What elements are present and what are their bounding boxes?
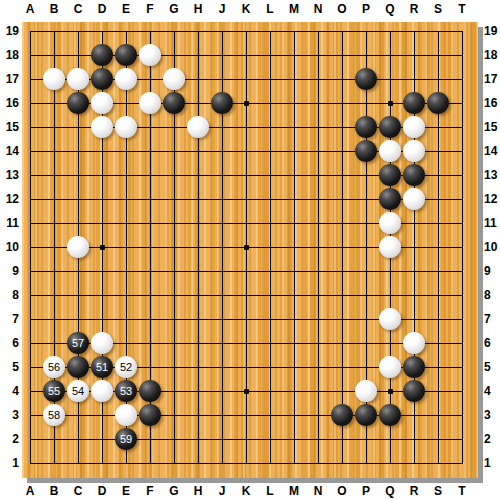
row-label-left-11: 11 xyxy=(0,214,19,232)
col-label-bottom-g: G xyxy=(162,482,186,500)
row-label-right-12: 12 xyxy=(484,190,500,208)
row-label-left-10: 10 xyxy=(0,238,19,256)
star-point-k4 xyxy=(244,389,249,394)
white-stone-e3 xyxy=(115,404,137,426)
col-label-bottom-o: O xyxy=(330,482,354,500)
col-label-top-p: P xyxy=(354,0,378,18)
row-label-right-6: 6 xyxy=(484,334,500,352)
black-stone-d18 xyxy=(91,44,113,66)
col-label-bottom-n: N xyxy=(306,482,330,500)
black-stone-p14 xyxy=(355,140,377,162)
white-stone-r12 xyxy=(403,188,425,210)
col-label-top-d: D xyxy=(90,0,114,18)
white-stone-d16 xyxy=(91,92,113,114)
white-stone-d15 xyxy=(91,116,113,138)
col-label-top-n: N xyxy=(306,0,330,18)
black-stone-r16 xyxy=(403,92,425,114)
white-stone-e17 xyxy=(115,68,137,90)
star-point-k16 xyxy=(244,101,249,106)
col-label-top-k: K xyxy=(234,0,258,18)
white-stone-r15 xyxy=(403,116,425,138)
black-stone-c5 xyxy=(67,356,89,378)
row-label-left-13: 13 xyxy=(0,166,19,184)
white-stone-b3: 58 xyxy=(43,404,65,426)
row-label-left-3: 3 xyxy=(0,406,19,424)
move-number-57: 57 xyxy=(72,338,84,349)
row-label-right-15: 15 xyxy=(484,118,500,136)
black-stone-e2: 59 xyxy=(115,428,137,450)
col-label-top-a: A xyxy=(18,0,42,18)
white-stone-p4 xyxy=(355,380,377,402)
col-label-bottom-p: P xyxy=(354,482,378,500)
col-label-top-s: S xyxy=(426,0,450,18)
row-label-right-7: 7 xyxy=(484,310,500,328)
black-stone-c6: 57 xyxy=(67,332,89,354)
black-stone-p3 xyxy=(355,404,377,426)
black-stone-r13 xyxy=(403,164,425,186)
move-number-56: 56 xyxy=(48,362,60,373)
row-label-right-19: 19 xyxy=(484,22,500,40)
white-stone-f16 xyxy=(139,92,161,114)
star-point-k10 xyxy=(244,245,249,250)
row-label-left-9: 9 xyxy=(0,262,19,280)
col-label-bottom-f: F xyxy=(138,482,162,500)
move-number-54: 54 xyxy=(72,386,84,397)
move-number-55: 55 xyxy=(48,386,60,397)
white-stone-r6 xyxy=(403,332,425,354)
white-stone-q11 xyxy=(379,212,401,234)
col-label-bottom-t: T xyxy=(450,482,474,500)
col-label-top-m: M xyxy=(282,0,306,18)
row-label-left-14: 14 xyxy=(0,142,19,160)
col-label-top-j: J xyxy=(210,0,234,18)
row-label-left-5: 5 xyxy=(0,358,19,376)
row-label-left-2: 2 xyxy=(0,430,19,448)
black-stone-r4 xyxy=(403,380,425,402)
white-stone-f18 xyxy=(139,44,161,66)
row-label-right-8: 8 xyxy=(484,286,500,304)
white-stone-e15 xyxy=(115,116,137,138)
col-label-bottom-h: H xyxy=(186,482,210,500)
col-label-bottom-b: B xyxy=(42,482,66,500)
star-point-d10 xyxy=(100,245,105,250)
move-number-59: 59 xyxy=(120,434,132,445)
col-label-bottom-j: J xyxy=(210,482,234,500)
col-label-top-t: T xyxy=(450,0,474,18)
black-stone-d5: 51 xyxy=(91,356,113,378)
col-label-bottom-k: K xyxy=(234,482,258,500)
col-label-bottom-m: M xyxy=(282,482,306,500)
col-label-bottom-c: C xyxy=(66,482,90,500)
col-label-bottom-q: Q xyxy=(378,482,402,500)
black-stone-o3 xyxy=(331,404,353,426)
row-label-left-15: 15 xyxy=(0,118,19,136)
col-label-bottom-d: D xyxy=(90,482,114,500)
row-label-left-1: 1 xyxy=(0,454,19,472)
col-label-top-h: H xyxy=(186,0,210,18)
row-label-left-6: 6 xyxy=(0,334,19,352)
move-number-53: 53 xyxy=(120,386,132,397)
black-stone-f3 xyxy=(139,404,161,426)
white-stone-b5: 56 xyxy=(43,356,65,378)
row-label-right-3: 3 xyxy=(484,406,500,424)
col-label-top-g: G xyxy=(162,0,186,18)
row-label-right-1: 1 xyxy=(484,454,500,472)
row-label-right-14: 14 xyxy=(484,142,500,160)
black-stone-g16 xyxy=(163,92,185,114)
col-label-top-c: C xyxy=(66,0,90,18)
black-stone-p17 xyxy=(355,68,377,90)
white-stone-c10 xyxy=(67,236,89,258)
white-stone-q7 xyxy=(379,308,401,330)
col-label-top-o: O xyxy=(330,0,354,18)
move-number-51: 51 xyxy=(96,362,108,373)
white-stone-h15 xyxy=(187,116,209,138)
black-stone-d17 xyxy=(91,68,113,90)
white-stone-q10 xyxy=(379,236,401,258)
white-stone-q5 xyxy=(379,356,401,378)
move-number-52: 52 xyxy=(120,362,132,373)
go-board[interactable]: 575155535952565458 xyxy=(22,22,478,478)
black-stone-q3 xyxy=(379,404,401,426)
row-label-right-9: 9 xyxy=(484,262,500,280)
star-point-q4 xyxy=(388,389,393,394)
row-label-left-16: 16 xyxy=(0,94,19,112)
col-label-bottom-l: L xyxy=(258,482,282,500)
row-label-left-19: 19 xyxy=(0,22,19,40)
row-label-left-8: 8 xyxy=(0,286,19,304)
row-label-right-11: 11 xyxy=(484,214,500,232)
black-stone-q13 xyxy=(379,164,401,186)
row-label-right-5: 5 xyxy=(484,358,500,376)
col-label-bottom-s: S xyxy=(426,482,450,500)
black-stone-j16 xyxy=(211,92,233,114)
black-stone-r5 xyxy=(403,356,425,378)
row-label-right-4: 4 xyxy=(484,382,500,400)
white-stone-d6 xyxy=(91,332,113,354)
row-label-left-17: 17 xyxy=(0,70,19,88)
row-label-right-18: 18 xyxy=(484,46,500,64)
col-label-top-f: F xyxy=(138,0,162,18)
col-label-bottom-a: A xyxy=(18,482,42,500)
white-stone-q14 xyxy=(379,140,401,162)
go-diagram-page: ABCDEFGHJKLMNOPQRST ABCDEFGHJKLMNOPQRST … xyxy=(0,0,500,500)
black-stone-q15 xyxy=(379,116,401,138)
white-stone-r14 xyxy=(403,140,425,162)
white-stone-b17 xyxy=(43,68,65,90)
white-stone-g17 xyxy=(163,68,185,90)
row-label-left-7: 7 xyxy=(0,310,19,328)
row-label-right-2: 2 xyxy=(484,430,500,448)
white-stone-c17 xyxy=(67,68,89,90)
black-stone-p15 xyxy=(355,116,377,138)
white-stone-e5: 52 xyxy=(115,356,137,378)
col-label-top-r: R xyxy=(402,0,426,18)
black-stone-s16 xyxy=(427,92,449,114)
black-stone-e4: 53 xyxy=(115,380,137,402)
black-stone-q12 xyxy=(379,188,401,210)
row-label-left-18: 18 xyxy=(0,46,19,64)
black-stone-c16 xyxy=(67,92,89,114)
col-label-top-q: Q xyxy=(378,0,402,18)
col-label-top-b: B xyxy=(42,0,66,18)
black-stone-b4: 55 xyxy=(43,380,65,402)
col-label-bottom-e: E xyxy=(114,482,138,500)
col-label-top-e: E xyxy=(114,0,138,18)
row-label-left-12: 12 xyxy=(0,190,19,208)
col-label-bottom-r: R xyxy=(402,482,426,500)
black-stone-f4 xyxy=(139,380,161,402)
move-number-58: 58 xyxy=(48,410,60,421)
row-label-right-17: 17 xyxy=(484,70,500,88)
star-point-q16 xyxy=(388,101,393,106)
row-label-right-16: 16 xyxy=(484,94,500,112)
col-label-top-l: L xyxy=(258,0,282,18)
black-stone-e18 xyxy=(115,44,137,66)
white-stone-c4: 54 xyxy=(67,380,89,402)
row-label-left-4: 4 xyxy=(0,382,19,400)
row-label-right-10: 10 xyxy=(484,238,500,256)
white-stone-d4 xyxy=(91,380,113,402)
row-label-right-13: 13 xyxy=(484,166,500,184)
